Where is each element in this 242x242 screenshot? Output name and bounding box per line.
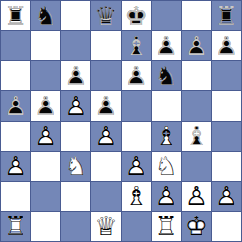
square-h1[interactable] [212,212,241,241]
square-a2[interactable] [1,182,30,211]
square-h8[interactable]: ♜♖ [212,1,241,30]
black-rook-detail-lines: ♖ [212,1,241,30]
square-f7[interactable]: ♟♙ [152,31,181,60]
white-knight-detail-lines: ♘ [61,152,90,181]
white-rook-detail-lines: ♖ [1,212,30,241]
square-g5[interactable] [182,91,211,120]
black-pawn[interactable]: ♟♙ [61,61,90,90]
black-king-detail-lines: ♔ [122,1,151,30]
white-pawn[interactable]: ♟♙ [31,122,60,151]
black-knight[interactable]: ♞♘ [152,61,181,90]
white-bishop-detail-lines: ♗ [152,122,181,151]
white-rook[interactable]: ♜♖ [152,212,181,241]
white-pawn-detail-lines: ♙ [152,182,181,211]
white-pawn[interactable]: ♟♙ [61,91,90,120]
black-pawn-detail-lines: ♙ [1,91,30,120]
black-bishop-detail-lines: ♗ [122,31,151,60]
black-pawn[interactable]: ♟♙ [182,31,211,60]
square-g6[interactable] [182,61,211,90]
square-e5[interactable] [122,91,151,120]
white-pawn-detail-lines: ♙ [212,182,241,211]
white-rook[interactable]: ♜♖ [1,212,30,241]
square-b6[interactable] [31,61,60,90]
black-knight-detail-lines: ♘ [152,61,181,90]
square-a5[interactable]: ♟♙ [1,91,30,120]
square-b7[interactable] [31,31,60,60]
black-pawn-detail-lines: ♙ [152,31,181,60]
square-e2[interactable]: ♝♗ [122,182,151,211]
square-a3[interactable]: ♟♙ [1,152,30,181]
black-rook[interactable]: ♜♖ [212,1,241,30]
white-pawn-detail-lines: ♙ [61,91,90,120]
square-c7[interactable] [61,31,90,60]
square-c5[interactable]: ♟♙ [61,91,90,120]
square-h2[interactable]: ♟♙ [212,182,241,211]
square-e7[interactable]: ♝♗ [122,31,151,60]
black-bishop[interactable]: ♝♗ [182,122,211,151]
square-g3[interactable] [182,152,211,181]
white-pawn[interactable]: ♟♙ [182,182,211,211]
square-a4[interactable] [1,122,30,151]
black-pawn[interactable]: ♟♙ [31,91,60,120]
square-d7[interactable] [91,31,120,60]
square-b5[interactable]: ♟♙ [31,91,60,120]
white-knight[interactable]: ♞♘ [152,152,181,181]
square-h6[interactable] [212,61,241,90]
square-c1[interactable] [61,212,90,241]
square-f1[interactable]: ♜♖ [152,212,181,241]
square-h3[interactable] [212,152,241,181]
square-d5[interactable]: ♟♙ [91,91,120,120]
black-pawn[interactable]: ♟♙ [122,61,151,90]
square-f2[interactable]: ♟♙ [152,182,181,211]
square-d1[interactable]: ♛♕ [91,212,120,241]
black-bishop-detail-lines: ♗ [182,122,211,151]
square-f3[interactable]: ♞♘ [152,152,181,181]
white-queen-detail-lines: ♕ [91,212,120,241]
square-e6[interactable]: ♟♙ [122,61,151,90]
white-pawn[interactable]: ♟♙ [212,182,241,211]
square-e3[interactable]: ♟♙ [122,152,151,181]
black-pawn-detail-lines: ♙ [122,61,151,90]
square-h5[interactable] [212,91,241,120]
white-pawn-detail-lines: ♙ [31,122,60,151]
square-f8[interactable] [152,1,181,30]
square-d6[interactable] [91,61,120,90]
white-pawn-detail-lines: ♙ [1,152,30,181]
square-d8[interactable]: ♛♕ [91,1,120,30]
square-f6[interactable]: ♞♘ [152,61,181,90]
black-knight-detail-lines: ♘ [31,1,60,30]
square-d2[interactable] [91,182,120,211]
square-d4[interactable]: ♟♙ [91,122,120,151]
square-c3[interactable]: ♞♘ [61,152,90,181]
square-g2[interactable]: ♟♙ [182,182,211,211]
white-queen[interactable]: ♛♕ [91,212,120,241]
black-queen[interactable]: ♛♕ [91,1,120,30]
black-rook-detail-lines: ♖ [1,1,30,30]
square-a1[interactable]: ♜♖ [1,212,30,241]
square-h7[interactable]: ♟♙ [212,31,241,60]
white-bishop-detail-lines: ♗ [122,182,151,211]
black-pawn[interactable]: ♟♙ [91,91,120,120]
square-a7[interactable] [1,31,30,60]
white-king-detail-lines: ♔ [182,212,211,241]
square-b1[interactable] [31,212,60,241]
white-pawn[interactable]: ♟♙ [91,122,120,151]
white-bishop[interactable]: ♝♗ [122,182,151,211]
black-bishop[interactable]: ♝♗ [122,31,151,60]
square-h4[interactable] [212,122,241,151]
square-b4[interactable]: ♟♙ [31,122,60,151]
black-pawn-detail-lines: ♙ [182,31,211,60]
black-knight[interactable]: ♞♘ [31,1,60,30]
square-a6[interactable] [1,61,30,90]
white-pawn-detail-lines: ♙ [122,152,151,181]
square-c8[interactable] [61,1,90,30]
square-c6[interactable]: ♟♙ [61,61,90,90]
square-b2[interactable] [31,182,60,211]
black-king[interactable]: ♚♔ [122,1,151,30]
square-e8[interactable]: ♚♔ [122,1,151,30]
square-e4[interactable] [122,122,151,151]
square-g1[interactable]: ♚♔ [182,212,211,241]
white-knight[interactable]: ♞♘ [61,152,90,181]
black-pawn-detail-lines: ♙ [31,91,60,120]
square-c2[interactable] [61,182,90,211]
black-pawn[interactable]: ♟♙ [152,31,181,60]
square-g7[interactable]: ♟♙ [182,31,211,60]
square-b3[interactable] [31,152,60,181]
white-pawn[interactable]: ♟♙ [152,182,181,211]
white-pawn-detail-lines: ♙ [182,182,211,211]
black-queen-detail-lines: ♕ [91,1,120,30]
square-e1[interactable] [122,212,151,241]
black-rook[interactable]: ♜♖ [1,1,30,30]
chess-board: ♜♖♞♘♛♕♚♔♜♖♝♗♟♙♟♙♟♙♟♙♟♙♞♘♟♙♟♙♟♙♟♙♟♙♟♙♝♗♝♗… [0,0,242,242]
square-g4[interactable]: ♝♗ [182,122,211,151]
square-f5[interactable] [152,91,181,120]
square-f4[interactable]: ♝♗ [152,122,181,151]
square-c4[interactable] [61,122,90,151]
square-a8[interactable]: ♜♖ [1,1,30,30]
white-bishop[interactable]: ♝♗ [152,122,181,151]
square-b8[interactable]: ♞♘ [31,1,60,30]
black-pawn-detail-lines: ♙ [61,61,90,90]
white-rook-detail-lines: ♖ [152,212,181,241]
white-king[interactable]: ♚♔ [182,212,211,241]
white-pawn[interactable]: ♟♙ [122,152,151,181]
white-pawn[interactable]: ♟♙ [1,152,30,181]
square-g8[interactable] [182,1,211,30]
black-pawn[interactable]: ♟♙ [1,91,30,120]
white-knight-detail-lines: ♘ [152,152,181,181]
white-pawn-detail-lines: ♙ [91,122,120,151]
square-d3[interactable] [91,152,120,181]
black-pawn-detail-lines: ♙ [212,31,241,60]
black-pawn[interactable]: ♟♙ [212,31,241,60]
black-pawn-detail-lines: ♙ [91,91,120,120]
